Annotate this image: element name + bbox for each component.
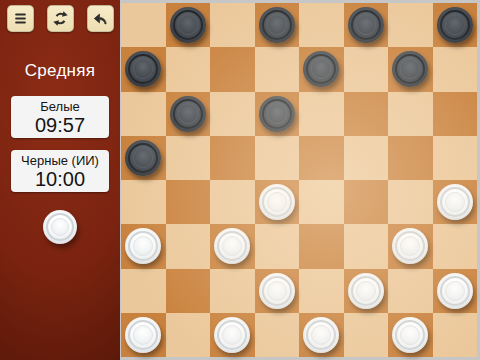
square-c5[interactable] bbox=[210, 136, 255, 180]
square-g6[interactable] bbox=[388, 92, 433, 136]
square-g8[interactable] bbox=[388, 3, 433, 47]
square-e6[interactable] bbox=[299, 92, 344, 136]
checker-white[interactable] bbox=[214, 317, 250, 353]
checker-white[interactable] bbox=[214, 228, 250, 264]
square-b5[interactable] bbox=[166, 136, 211, 180]
square-b6[interactable] bbox=[166, 92, 211, 136]
restart-button[interactable] bbox=[47, 5, 74, 32]
checker-black[interactable] bbox=[348, 7, 384, 43]
board bbox=[121, 3, 477, 357]
square-d5[interactable] bbox=[255, 136, 300, 180]
checker-white[interactable] bbox=[125, 228, 161, 264]
square-g4[interactable] bbox=[388, 180, 433, 224]
square-a3[interactable] bbox=[121, 224, 166, 268]
square-e8[interactable] bbox=[299, 3, 344, 47]
square-h8[interactable] bbox=[433, 3, 478, 47]
square-a1[interactable] bbox=[121, 313, 166, 357]
square-a6[interactable] bbox=[121, 92, 166, 136]
square-h6[interactable] bbox=[433, 92, 478, 136]
board-area bbox=[120, 0, 480, 360]
square-e7[interactable] bbox=[299, 47, 344, 91]
square-c4[interactable] bbox=[210, 180, 255, 224]
square-e1[interactable] bbox=[299, 313, 344, 357]
square-c8[interactable] bbox=[210, 3, 255, 47]
square-b7[interactable] bbox=[166, 47, 211, 91]
checker-black[interactable] bbox=[125, 51, 161, 87]
square-g1[interactable] bbox=[388, 313, 433, 357]
square-h2[interactable] bbox=[433, 269, 478, 313]
turn-indicator-piece bbox=[43, 210, 77, 244]
black-clock-panel: Черные (ИИ) 10:00 bbox=[11, 150, 109, 192]
square-h4[interactable] bbox=[433, 180, 478, 224]
toolbar bbox=[7, 5, 114, 32]
square-f5[interactable] bbox=[344, 136, 389, 180]
square-h7[interactable] bbox=[433, 47, 478, 91]
square-e2[interactable] bbox=[299, 269, 344, 313]
square-d1[interactable] bbox=[255, 313, 300, 357]
square-c3[interactable] bbox=[210, 224, 255, 268]
difficulty-label: Средняя bbox=[0, 61, 120, 81]
checker-black[interactable] bbox=[125, 140, 161, 176]
square-f1[interactable] bbox=[344, 313, 389, 357]
checker-white[interactable] bbox=[437, 184, 473, 220]
square-c2[interactable] bbox=[210, 269, 255, 313]
curved-arrow-left-icon bbox=[92, 10, 109, 27]
menu-button[interactable] bbox=[7, 5, 34, 32]
square-h1[interactable] bbox=[433, 313, 478, 357]
checker-white[interactable] bbox=[303, 317, 339, 353]
checker-white[interactable] bbox=[259, 184, 295, 220]
square-g7[interactable] bbox=[388, 47, 433, 91]
square-f6[interactable] bbox=[344, 92, 389, 136]
checker-white[interactable] bbox=[392, 317, 428, 353]
square-a7[interactable] bbox=[121, 47, 166, 91]
square-d6[interactable] bbox=[255, 92, 300, 136]
square-f8[interactable] bbox=[344, 3, 389, 47]
checker-black[interactable] bbox=[170, 7, 206, 43]
square-b1[interactable] bbox=[166, 313, 211, 357]
square-a2[interactable] bbox=[121, 269, 166, 313]
white-clock-time: 09:57 bbox=[11, 114, 109, 136]
checker-black[interactable] bbox=[392, 51, 428, 87]
square-d3[interactable] bbox=[255, 224, 300, 268]
square-h3[interactable] bbox=[433, 224, 478, 268]
square-b8[interactable] bbox=[166, 3, 211, 47]
square-b3[interactable] bbox=[166, 224, 211, 268]
square-c1[interactable] bbox=[210, 313, 255, 357]
checker-black[interactable] bbox=[170, 96, 206, 132]
square-h5[interactable] bbox=[433, 136, 478, 180]
square-d2[interactable] bbox=[255, 269, 300, 313]
square-f7[interactable] bbox=[344, 47, 389, 91]
square-a8[interactable] bbox=[121, 3, 166, 47]
black-clock-label: Черные (ИИ) bbox=[11, 153, 109, 168]
square-b2[interactable] bbox=[166, 269, 211, 313]
square-e5[interactable] bbox=[299, 136, 344, 180]
square-b4[interactable] bbox=[166, 180, 211, 224]
checker-black[interactable] bbox=[437, 7, 473, 43]
checker-white[interactable] bbox=[259, 273, 295, 309]
square-f2[interactable] bbox=[344, 269, 389, 313]
square-g3[interactable] bbox=[388, 224, 433, 268]
circular-arrows-icon bbox=[52, 10, 69, 27]
checker-black[interactable] bbox=[303, 51, 339, 87]
checker-white[interactable] bbox=[125, 317, 161, 353]
sidebar: Средняя Белые 09:57 Черные (ИИ) 10:00 bbox=[0, 0, 120, 360]
white-clock-panel: Белые 09:57 bbox=[11, 96, 109, 138]
checker-black[interactable] bbox=[259, 7, 295, 43]
white-clock-label: Белые bbox=[11, 99, 109, 114]
square-f4[interactable] bbox=[344, 180, 389, 224]
checker-black[interactable] bbox=[259, 96, 295, 132]
square-g2[interactable] bbox=[388, 269, 433, 313]
square-c6[interactable] bbox=[210, 92, 255, 136]
square-d7[interactable] bbox=[255, 47, 300, 91]
square-d8[interactable] bbox=[255, 3, 300, 47]
undo-button[interactable] bbox=[87, 5, 114, 32]
square-c7[interactable] bbox=[210, 47, 255, 91]
checker-white[interactable] bbox=[392, 228, 428, 264]
square-d4[interactable] bbox=[255, 180, 300, 224]
square-a5[interactable] bbox=[121, 136, 166, 180]
square-e4[interactable] bbox=[299, 180, 344, 224]
square-a4[interactable] bbox=[121, 180, 166, 224]
hamburger-icon bbox=[12, 10, 29, 27]
checker-white[interactable] bbox=[348, 273, 384, 309]
black-clock-time: 10:00 bbox=[11, 168, 109, 190]
square-e3[interactable] bbox=[299, 224, 344, 268]
checker-white[interactable] bbox=[437, 273, 473, 309]
square-f3[interactable] bbox=[344, 224, 389, 268]
square-g5[interactable] bbox=[388, 136, 433, 180]
